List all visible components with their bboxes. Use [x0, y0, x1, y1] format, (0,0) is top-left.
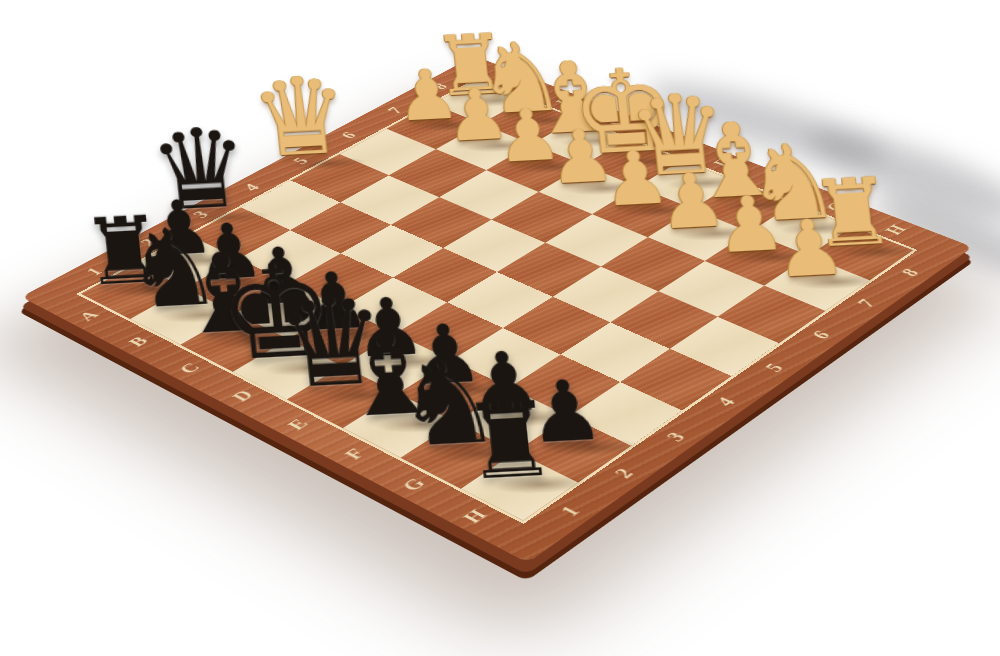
piece-black-rook-h1: ♜ [459, 391, 562, 491]
board-grid: ♜♞♝♚♛♝♞♜♟♟♟♟♟♟♟♟♛♛♟♟♟♟♟♟♟♟♜♞♝♚♛♝♞♜ [81, 80, 913, 521]
chess-board: ABCDEFGH ABCDEFGH 87654321 87654321 ♜♞♝♚… [21, 56, 973, 563]
piece-white-pawn-h7: ♟ [771, 213, 848, 287]
playing-area: ♜♞♝♚♛♝♞♜♟♟♟♟♟♟♟♟♛♛♟♟♟♟♟♟♟♟♜♞♝♚♛♝♞♜ [76, 78, 917, 524]
coordinate-label-E: E [258, 401, 337, 447]
perspective-wrapper: ABCDEFGH ABCDEFGH 87654321 87654321 ♜♞♝♚… [174, 0, 821, 579]
square-h1: ♜ [461, 452, 578, 521]
product-photo-stage: ABCDEFGH ABCDEFGH 87654321 87654321 ♜♞♝♚… [0, 0, 1000, 656]
square-d5 [443, 220, 545, 272]
square-h5 [670, 317, 779, 376]
